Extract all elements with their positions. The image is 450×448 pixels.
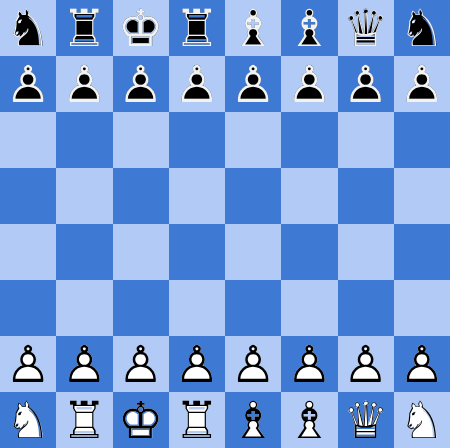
square-f3[interactable] xyxy=(281,280,337,336)
square-e2[interactable]: ♟♙ xyxy=(225,336,281,392)
piece-white-pawn[interactable]: ♟♙ xyxy=(169,336,225,392)
piece-black-pawn[interactable]: ♟♙ xyxy=(225,56,281,112)
black-king-glyph-fill: ♚ xyxy=(113,0,169,56)
square-f6[interactable] xyxy=(281,112,337,168)
black-pawn-glyph-fill: ♟ xyxy=(394,56,450,112)
white-pawn-glyph-fill: ♟ xyxy=(113,336,169,392)
piece-white-bishop[interactable]: ♝♗ xyxy=(281,392,337,448)
white-pawn-glyph-outline: ♙ xyxy=(225,336,281,392)
piece-black-pawn[interactable]: ♟♙ xyxy=(113,56,169,112)
square-f2[interactable]: ♟♙ xyxy=(281,336,337,392)
square-e3[interactable] xyxy=(225,280,281,336)
white-bishop-glyph-fill: ♝ xyxy=(281,392,337,448)
piece-white-bishop[interactable]: ♝♗ xyxy=(225,392,281,448)
black-queen-glyph-fill: ♛ xyxy=(338,0,394,56)
black-bishop-glyph-outline: ♗ xyxy=(281,0,337,56)
black-rook-glyph-outline: ♖ xyxy=(169,0,225,56)
square-d5[interactable] xyxy=(169,168,225,224)
square-g2[interactable]: ♟♙ xyxy=(338,336,394,392)
white-pawn-glyph-outline: ♙ xyxy=(169,336,225,392)
square-d4[interactable] xyxy=(169,224,225,280)
white-pawn-glyph-outline: ♙ xyxy=(56,336,112,392)
white-king-glyph-fill: ♚ xyxy=(113,392,169,448)
black-pawn-glyph-outline: ♙ xyxy=(56,56,112,112)
black-pawn-glyph-outline: ♙ xyxy=(0,56,56,112)
square-g3[interactable] xyxy=(338,280,394,336)
square-a3[interactable] xyxy=(0,280,56,336)
black-pawn-glyph-fill: ♟ xyxy=(169,56,225,112)
piece-black-pawn[interactable]: ♟♙ xyxy=(394,56,450,112)
square-b1[interactable]: ♜♖ xyxy=(56,392,112,448)
black-pawn-glyph-fill: ♟ xyxy=(338,56,394,112)
black-pawn-glyph-fill: ♟ xyxy=(225,56,281,112)
piece-white-rook[interactable]: ♜♖ xyxy=(56,392,112,448)
white-queen-glyph-fill: ♛ xyxy=(338,392,394,448)
square-b8[interactable]: ♜♖ xyxy=(56,0,112,56)
square-g6[interactable] xyxy=(338,112,394,168)
square-g4[interactable] xyxy=(338,224,394,280)
square-c8[interactable]: ♚♔ xyxy=(113,0,169,56)
square-b2[interactable]: ♟♙ xyxy=(56,336,112,392)
piece-black-rook[interactable]: ♜♖ xyxy=(169,0,225,56)
black-bishop-glyph-outline: ♗ xyxy=(225,0,281,56)
black-pawn-glyph-fill: ♟ xyxy=(281,56,337,112)
piece-white-queen[interactable]: ♛♕ xyxy=(338,392,394,448)
square-h7[interactable]: ♟♙ xyxy=(394,56,450,112)
piece-black-knight[interactable]: ♞♘ xyxy=(394,0,450,56)
white-bishop-glyph-outline: ♗ xyxy=(225,392,281,448)
square-f4[interactable] xyxy=(281,224,337,280)
black-rook-glyph-fill: ♜ xyxy=(169,0,225,56)
black-pawn-glyph-outline: ♙ xyxy=(338,56,394,112)
piece-white-pawn[interactable]: ♟♙ xyxy=(113,336,169,392)
white-pawn-glyph-outline: ♙ xyxy=(281,336,337,392)
black-rook-glyph-fill: ♜ xyxy=(56,0,112,56)
square-g1[interactable]: ♛♕ xyxy=(338,392,394,448)
black-pawn-glyph-fill: ♟ xyxy=(0,56,56,112)
piece-black-rook[interactable]: ♜♖ xyxy=(56,0,112,56)
white-pawn-glyph-outline: ♙ xyxy=(0,336,56,392)
square-h4[interactable] xyxy=(394,224,450,280)
square-g7[interactable]: ♟♙ xyxy=(338,56,394,112)
square-c4[interactable] xyxy=(113,224,169,280)
piece-white-pawn[interactable]: ♟♙ xyxy=(0,336,56,392)
piece-black-bishop[interactable]: ♝♗ xyxy=(281,0,337,56)
square-f7[interactable]: ♟♙ xyxy=(281,56,337,112)
white-pawn-glyph-fill: ♟ xyxy=(281,336,337,392)
piece-white-pawn[interactable]: ♟♙ xyxy=(56,336,112,392)
piece-white-knight[interactable]: ♞♘ xyxy=(394,392,450,448)
square-c1[interactable]: ♚♔ xyxy=(113,392,169,448)
square-h2[interactable]: ♟♙ xyxy=(394,336,450,392)
square-a5[interactable] xyxy=(0,168,56,224)
square-h1[interactable]: ♞♘ xyxy=(394,392,450,448)
square-c6[interactable] xyxy=(113,112,169,168)
square-b3[interactable] xyxy=(56,280,112,336)
white-rook-glyph-fill: ♜ xyxy=(169,392,225,448)
piece-black-pawn[interactable]: ♟♙ xyxy=(169,56,225,112)
square-d7[interactable]: ♟♙ xyxy=(169,56,225,112)
white-pawn-glyph-fill: ♟ xyxy=(0,336,56,392)
square-h3[interactable] xyxy=(394,280,450,336)
square-a2[interactable]: ♟♙ xyxy=(0,336,56,392)
white-knight-glyph-outline: ♘ xyxy=(394,392,450,448)
square-a4[interactable] xyxy=(0,224,56,280)
square-b7[interactable]: ♟♙ xyxy=(56,56,112,112)
piece-black-pawn[interactable]: ♟♙ xyxy=(281,56,337,112)
piece-black-king[interactable]: ♚♔ xyxy=(113,0,169,56)
white-rook-glyph-outline: ♖ xyxy=(169,392,225,448)
black-pawn-glyph-outline: ♙ xyxy=(169,56,225,112)
square-f1[interactable]: ♝♗ xyxy=(281,392,337,448)
piece-black-pawn[interactable]: ♟♙ xyxy=(56,56,112,112)
square-e4[interactable] xyxy=(225,224,281,280)
white-bishop-glyph-outline: ♗ xyxy=(281,392,337,448)
square-c2[interactable]: ♟♙ xyxy=(113,336,169,392)
black-pawn-glyph-outline: ♙ xyxy=(394,56,450,112)
black-pawn-glyph-fill: ♟ xyxy=(56,56,112,112)
white-knight-glyph-fill: ♞ xyxy=(394,392,450,448)
square-d3[interactable] xyxy=(169,280,225,336)
square-b4[interactable] xyxy=(56,224,112,280)
black-rook-glyph-outline: ♖ xyxy=(56,0,112,56)
white-pawn-glyph-fill: ♟ xyxy=(338,336,394,392)
white-king-glyph-outline: ♔ xyxy=(113,392,169,448)
square-e5[interactable] xyxy=(225,168,281,224)
square-h5[interactable] xyxy=(394,168,450,224)
black-pawn-glyph-outline: ♙ xyxy=(113,56,169,112)
white-pawn-glyph-outline: ♙ xyxy=(338,336,394,392)
white-rook-glyph-outline: ♖ xyxy=(56,392,112,448)
square-f8[interactable]: ♝♗ xyxy=(281,0,337,56)
square-e6[interactable] xyxy=(225,112,281,168)
white-pawn-glyph-fill: ♟ xyxy=(225,336,281,392)
square-d6[interactable] xyxy=(169,112,225,168)
square-h6[interactable] xyxy=(394,112,450,168)
square-e1[interactable]: ♝♗ xyxy=(225,392,281,448)
white-pawn-glyph-fill: ♟ xyxy=(169,336,225,392)
square-b5[interactable] xyxy=(56,168,112,224)
chess-board: ♞♘♜♖♚♔♜♖♝♗♝♗♛♕♞♘♟♙♟♙♟♙♟♙♟♙♟♙♟♙♟♙♟♙♟♙♟♙♟♙… xyxy=(0,0,450,448)
square-a6[interactable] xyxy=(0,112,56,168)
black-knight-glyph-fill: ♞ xyxy=(0,0,56,56)
piece-black-bishop[interactable]: ♝♗ xyxy=(225,0,281,56)
square-d1[interactable]: ♜♖ xyxy=(169,392,225,448)
white-bishop-glyph-fill: ♝ xyxy=(225,392,281,448)
square-g8[interactable]: ♛♕ xyxy=(338,0,394,56)
square-e8[interactable]: ♝♗ xyxy=(225,0,281,56)
black-pawn-glyph-outline: ♙ xyxy=(281,56,337,112)
black-pawn-glyph-fill: ♟ xyxy=(113,56,169,112)
black-pawn-glyph-outline: ♙ xyxy=(225,56,281,112)
piece-black-pawn[interactable]: ♟♙ xyxy=(338,56,394,112)
piece-white-rook[interactable]: ♜♖ xyxy=(169,392,225,448)
square-h8[interactable]: ♞♘ xyxy=(394,0,450,56)
black-knight-glyph-outline: ♘ xyxy=(394,0,450,56)
piece-black-knight[interactable]: ♞♘ xyxy=(0,0,56,56)
black-queen-glyph-outline: ♕ xyxy=(338,0,394,56)
square-a1[interactable]: ♞♘ xyxy=(0,392,56,448)
square-f5[interactable] xyxy=(281,168,337,224)
black-king-glyph-outline: ♔ xyxy=(113,0,169,56)
white-pawn-glyph-outline: ♙ xyxy=(113,336,169,392)
square-a7[interactable]: ♟♙ xyxy=(0,56,56,112)
piece-white-king[interactable]: ♚♔ xyxy=(113,392,169,448)
white-pawn-glyph-outline: ♙ xyxy=(394,336,450,392)
square-c3[interactable] xyxy=(113,280,169,336)
black-knight-glyph-outline: ♘ xyxy=(0,0,56,56)
piece-white-pawn[interactable]: ♟♙ xyxy=(394,336,450,392)
piece-white-knight[interactable]: ♞♘ xyxy=(0,392,56,448)
square-d2[interactable]: ♟♙ xyxy=(169,336,225,392)
square-d8[interactable]: ♜♖ xyxy=(169,0,225,56)
piece-white-pawn[interactable]: ♟♙ xyxy=(225,336,281,392)
black-bishop-glyph-fill: ♝ xyxy=(281,0,337,56)
square-e7[interactable]: ♟♙ xyxy=(225,56,281,112)
black-bishop-glyph-fill: ♝ xyxy=(225,0,281,56)
piece-black-queen[interactable]: ♛♕ xyxy=(338,0,394,56)
piece-white-pawn[interactable]: ♟♙ xyxy=(338,336,394,392)
white-knight-glyph-fill: ♞ xyxy=(0,392,56,448)
square-c5[interactable] xyxy=(113,168,169,224)
square-g5[interactable] xyxy=(338,168,394,224)
white-queen-glyph-outline: ♕ xyxy=(338,392,394,448)
square-a8[interactable]: ♞♘ xyxy=(0,0,56,56)
piece-black-pawn[interactable]: ♟♙ xyxy=(0,56,56,112)
white-knight-glyph-outline: ♘ xyxy=(0,392,56,448)
white-pawn-glyph-fill: ♟ xyxy=(56,336,112,392)
black-knight-glyph-fill: ♞ xyxy=(394,0,450,56)
piece-white-pawn[interactable]: ♟♙ xyxy=(281,336,337,392)
white-pawn-glyph-fill: ♟ xyxy=(394,336,450,392)
square-c7[interactable]: ♟♙ xyxy=(113,56,169,112)
square-b6[interactable] xyxy=(56,112,112,168)
white-rook-glyph-fill: ♜ xyxy=(56,392,112,448)
